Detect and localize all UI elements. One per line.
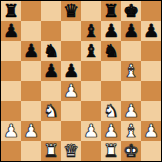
piece-black-bishop[interactable]: ♝ (83, 41, 99, 61)
square-c2[interactable] (41, 121, 61, 141)
piece-white-queen[interactable]: ♛ (63, 141, 79, 161)
piece-white-rook[interactable]: ♜ (43, 141, 59, 161)
square-e4[interactable] (81, 81, 101, 101)
piece-white-bishop[interactable]: ♝ (123, 61, 139, 81)
piece-white-bishop[interactable]: ♝ (123, 121, 139, 141)
square-a3[interactable] (1, 101, 21, 121)
square-e6[interactable]: ♝ (81, 41, 101, 61)
piece-black-pawn[interactable]: ♟ (3, 21, 19, 41)
piece-black-pawn[interactable]: ♟ (143, 21, 159, 41)
square-d4[interactable]: ♟ (61, 81, 81, 101)
square-f8[interactable]: ♜ (101, 1, 121, 21)
piece-white-pawn[interactable]: ♟ (143, 121, 159, 141)
square-h7[interactable]: ♟ (141, 21, 161, 41)
square-f1[interactable]: ♜ (101, 141, 121, 161)
square-b5[interactable] (21, 61, 41, 81)
square-g5[interactable]: ♝ (121, 61, 141, 81)
square-h1[interactable] (141, 141, 161, 161)
square-g3[interactable]: ♟ (121, 101, 141, 121)
square-b8[interactable] (21, 1, 41, 21)
square-h3[interactable] (141, 101, 161, 121)
piece-white-pawn[interactable]: ♟ (3, 121, 19, 141)
piece-black-queen[interactable]: ♛ (63, 1, 79, 21)
square-f4[interactable] (101, 81, 121, 101)
piece-white-pawn[interactable]: ♟ (123, 101, 139, 121)
square-g4[interactable] (121, 81, 141, 101)
square-d8[interactable]: ♛ (61, 1, 81, 21)
square-g6[interactable] (121, 41, 141, 61)
piece-white-knight[interactable]: ♞ (43, 101, 59, 121)
square-d6[interactable] (61, 41, 81, 61)
square-c8[interactable] (41, 1, 61, 21)
piece-white-pawn[interactable]: ♟ (103, 121, 119, 141)
square-a8[interactable]: ♜ (1, 1, 21, 21)
square-a5[interactable] (1, 61, 21, 81)
square-a2[interactable]: ♟ (1, 121, 21, 141)
square-c5[interactable]: ♟ (41, 61, 61, 81)
piece-black-pawn[interactable]: ♟ (23, 41, 39, 61)
square-g1[interactable]: ♚ (121, 141, 141, 161)
chess-board: ♜♛♜♚♟♝♟♟♟♟♞♝♞♟♟♝♟♞♞♟♟♟♟♟♝♟♜♛♜♚ (0, 0, 162, 162)
square-b3[interactable] (21, 101, 41, 121)
square-f5[interactable] (101, 61, 121, 81)
piece-black-knight[interactable]: ♞ (103, 41, 119, 61)
piece-white-king[interactable]: ♚ (123, 141, 139, 161)
square-c6[interactable]: ♞ (41, 41, 61, 61)
piece-white-pawn[interactable]: ♟ (23, 121, 39, 141)
piece-black-rook[interactable]: ♜ (103, 1, 119, 21)
square-a6[interactable] (1, 41, 21, 61)
piece-white-knight[interactable]: ♞ (103, 101, 119, 121)
square-e5[interactable] (81, 61, 101, 81)
square-b2[interactable]: ♟ (21, 121, 41, 141)
square-d2[interactable] (61, 121, 81, 141)
square-d3[interactable] (61, 101, 81, 121)
piece-white-pawn[interactable]: ♟ (63, 81, 79, 101)
piece-black-knight[interactable]: ♞ (43, 41, 59, 61)
square-h2[interactable]: ♟ (141, 121, 161, 141)
square-g7[interactable]: ♟ (121, 21, 141, 41)
square-g8[interactable]: ♚ (121, 1, 141, 21)
square-h8[interactable] (141, 1, 161, 21)
square-c3[interactable]: ♞ (41, 101, 61, 121)
piece-white-pawn[interactable]: ♟ (83, 121, 99, 141)
square-b6[interactable]: ♟ (21, 41, 41, 61)
piece-black-rook[interactable]: ♜ (3, 1, 19, 21)
square-e1[interactable] (81, 141, 101, 161)
square-e2[interactable]: ♟ (81, 121, 101, 141)
square-h4[interactable] (141, 81, 161, 101)
square-f7[interactable]: ♟ (101, 21, 121, 41)
piece-black-bishop[interactable]: ♝ (83, 21, 99, 41)
square-a7[interactable]: ♟ (1, 21, 21, 41)
piece-black-pawn[interactable]: ♟ (43, 61, 59, 81)
square-d1[interactable]: ♛ (61, 141, 81, 161)
square-h5[interactable] (141, 61, 161, 81)
square-b4[interactable] (21, 81, 41, 101)
piece-black-pawn[interactable]: ♟ (103, 21, 119, 41)
square-d5[interactable]: ♟ (61, 61, 81, 81)
square-a4[interactable] (1, 81, 21, 101)
square-f3[interactable]: ♞ (101, 101, 121, 121)
square-h6[interactable] (141, 41, 161, 61)
square-f2[interactable]: ♟ (101, 121, 121, 141)
piece-black-pawn[interactable]: ♟ (123, 21, 139, 41)
square-b7[interactable] (21, 21, 41, 41)
square-e3[interactable] (81, 101, 101, 121)
square-e8[interactable] (81, 1, 101, 21)
piece-black-pawn[interactable]: ♟ (63, 61, 79, 81)
square-c1[interactable]: ♜ (41, 141, 61, 161)
square-g2[interactable]: ♝ (121, 121, 141, 141)
square-f6[interactable]: ♞ (101, 41, 121, 61)
square-e7[interactable]: ♝ (81, 21, 101, 41)
square-a1[interactable] (1, 141, 21, 161)
square-c7[interactable] (41, 21, 61, 41)
piece-black-king[interactable]: ♚ (123, 1, 139, 21)
square-b1[interactable] (21, 141, 41, 161)
square-c4[interactable] (41, 81, 61, 101)
square-d7[interactable] (61, 21, 81, 41)
piece-white-rook[interactable]: ♜ (103, 141, 119, 161)
